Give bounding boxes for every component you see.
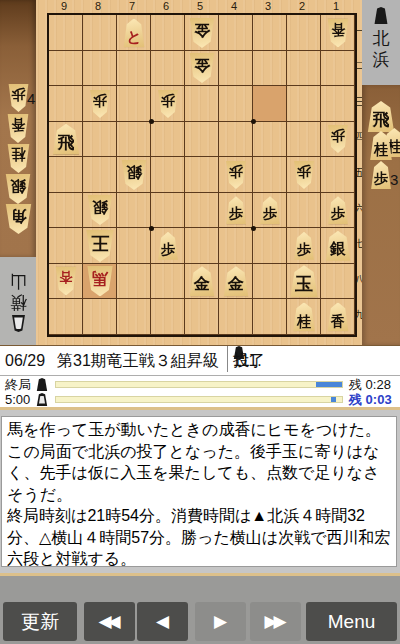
square-6-6 <box>151 193 185 229</box>
gote-captured-tray: 歩4香桂銀角 <box>0 0 36 257</box>
file-label: 1 <box>319 0 353 13</box>
piece-歩: 歩 <box>8 84 29 112</box>
hand-piece-銀: 銀 <box>0 174 36 203</box>
hand-piece-count: 3 <box>390 171 398 188</box>
square-2-4 <box>287 122 321 158</box>
square-4-6 <box>219 193 253 229</box>
commentary-paragraph: 馬を作って玉が動いたときの成香にヒモをつけた。この局面で北浜の投了となった。後手… <box>7 419 391 505</box>
square-8-8 <box>83 264 117 300</box>
rewind-button[interactable]: ◀◀ <box>84 602 135 641</box>
hand-piece-飛: 飛 <box>362 101 400 130</box>
hand-piece-角: 角 <box>0 204 36 233</box>
hand-piece-香: 香 <box>0 114 36 143</box>
square-1-9 <box>321 299 355 335</box>
square-9-4 <box>49 122 83 158</box>
square-3-7 <box>253 228 287 264</box>
double-left-arrow-icon: ◀◀ <box>98 613 120 630</box>
square-4-5 <box>219 157 253 193</box>
sente-time-remaining-bar <box>316 382 342 387</box>
piece-香: 香 <box>7 114 29 143</box>
square-7-6 <box>117 193 151 229</box>
square-6-1 <box>151 15 185 51</box>
square-2-3 <box>287 86 321 122</box>
sente-player-name: 北浜 <box>372 28 391 70</box>
square-2-1 <box>287 15 321 51</box>
square-9-5 <box>49 157 83 193</box>
square-1-6 <box>321 193 355 229</box>
square-8-7 <box>83 228 117 264</box>
square-2-7 <box>287 228 321 264</box>
square-7-1 <box>117 15 151 51</box>
move-text: 投了 <box>233 346 265 376</box>
sente-player-panel: 北浜 <box>362 0 400 85</box>
clock-panel: 終局 残 0:28 5:00 残 0:03 <box>0 376 400 407</box>
hand-piece-歩: 歩3 <box>362 161 400 190</box>
piece-桂: 桂 <box>7 144 30 173</box>
square-4-4 <box>219 122 253 158</box>
square-3-4 <box>253 122 287 158</box>
gote-clock-row: 5:00 残 0:03 <box>0 392 400 407</box>
square-9-9 <box>49 299 83 335</box>
square-7-8 <box>117 264 151 300</box>
file-label: 4 <box>217 0 251 13</box>
square-1-8 <box>321 264 355 300</box>
square-7-4 <box>117 122 151 158</box>
game-date: 06/29 <box>5 346 45 376</box>
square-6-2 <box>151 51 185 87</box>
black-piece-icon <box>36 378 48 391</box>
square-3-9 <box>253 299 287 335</box>
square-2-6 <box>287 193 321 229</box>
piece-飛: 飛 <box>367 101 395 132</box>
gote-player-panel: 横山 <box>0 257 36 345</box>
square-5-6 <box>185 193 219 229</box>
shogi-app: 歩4香桂銀角 横山 987654321 一二三四五六七八九 と金香金歩歩飛歩銀歩… <box>0 0 400 644</box>
square-6-8 <box>151 264 185 300</box>
square-9-1 <box>49 15 83 51</box>
fast-forward-button[interactable]: ▶▶ <box>250 602 301 641</box>
square-9-3 <box>49 86 83 122</box>
file-label: 6 <box>149 0 183 13</box>
square-9-6 <box>49 193 83 229</box>
square-3-6 <box>253 193 287 229</box>
square-9-8 <box>49 264 83 300</box>
square-7-3 <box>117 86 151 122</box>
gote-clock-label: 5:00 <box>5 392 30 407</box>
gote-time-remaining: 残 0:03 <box>349 392 392 407</box>
right-arrow-icon: ▶ <box>214 613 227 630</box>
square-4-7 <box>219 228 253 264</box>
info-divider <box>227 346 228 372</box>
gote-hand-pieces: 歩4香桂銀角 <box>0 83 36 234</box>
gote-time-bar <box>55 396 343 403</box>
bottom-toolbar: 更新◀◀◀▶▶▶Menu <box>0 576 400 644</box>
piece-歩: 歩 <box>371 161 392 189</box>
square-1-2 <box>321 51 355 87</box>
square-3-8 <box>253 264 287 300</box>
black-piece-icon <box>374 7 389 24</box>
sente-time-remaining: 残 0:28 <box>349 377 391 392</box>
square-8-2 <box>83 51 117 87</box>
square-1-3 <box>321 86 355 122</box>
game-info-bar: 06/29 第31期竜王戦３組昇級 111. 投了 <box>0 345 400 376</box>
shogi-board: 987654321 一二三四五六七八九 と金香金歩歩飛歩銀歩歩銀歩歩歩王歩歩銀杏… <box>36 0 362 345</box>
file-label: 9 <box>47 0 81 13</box>
sente-captured-tray: 飛桂桂歩3 <box>362 85 400 345</box>
square-7-9 <box>117 299 151 335</box>
square-3-2 <box>253 51 287 87</box>
square-4-9 <box>219 299 253 335</box>
piece-銀: 銀 <box>5 174 31 204</box>
square-9-2 <box>49 51 83 87</box>
square-2-5 <box>287 157 321 193</box>
square-5-4 <box>185 122 219 158</box>
square-4-2 <box>219 51 253 87</box>
square-7-7 <box>117 228 151 264</box>
square-3-1 <box>253 15 287 51</box>
square-2-8 <box>287 264 321 300</box>
gote-time-remaining-bar <box>331 397 337 402</box>
commentary-area: 馬を作って玉が動いたときの成香にヒモをつけた。この局面で北浜の投了となった。後手… <box>0 410 400 573</box>
square-5-5 <box>185 157 219 193</box>
square-4-1 <box>219 15 253 51</box>
square-3-3 <box>253 86 287 122</box>
update-button[interactable]: 更新 <box>3 602 77 641</box>
square-5-9 <box>185 299 219 335</box>
back-button[interactable]: ◀ <box>137 602 188 641</box>
double-right-arrow-icon: ▶▶ <box>264 613 286 630</box>
hand-piece-桂: 桂 <box>0 144 36 173</box>
file-label: 2 <box>285 0 319 13</box>
square-9-7 <box>49 228 83 264</box>
sente-clock-row: 終局 残 0:28 <box>0 377 400 392</box>
square-5-7 <box>185 228 219 264</box>
sente-time-bar <box>55 381 343 388</box>
hand-piece-歩: 歩4 <box>0 84 36 113</box>
square-1-1 <box>321 15 355 51</box>
square-2-2 <box>287 51 321 87</box>
menu-button[interactable]: Menu <box>306 602 397 641</box>
square-8-5 <box>83 157 117 193</box>
square-5-2 <box>185 51 219 87</box>
board-grid <box>47 13 357 337</box>
square-8-1 <box>83 15 117 51</box>
square-8-4 <box>83 122 117 158</box>
square-2-9 <box>287 299 321 335</box>
commentary-paragraph: 終局時刻は21時54分。消費時間は▲北浜４時間32分、△横山４時間57分。勝った… <box>7 505 391 567</box>
square-7-5 <box>117 157 151 193</box>
square-6-4 <box>151 122 185 158</box>
square-5-1 <box>185 15 219 51</box>
square-1-7 <box>321 228 355 264</box>
file-label: 3 <box>251 0 285 13</box>
sente-clock-label: 終局 <box>5 377 31 392</box>
square-8-6 <box>83 193 117 229</box>
hand-piece-桂: 桂桂 <box>362 131 400 160</box>
white-piece-icon <box>36 393 48 406</box>
square-4-3 <box>219 86 253 122</box>
square-5-3 <box>185 86 219 122</box>
board-section: 歩4香桂銀角 横山 987654321 一二三四五六七八九 と金香金歩歩飛歩銀歩… <box>0 0 400 345</box>
square-7-2 <box>117 51 151 87</box>
square-6-9 <box>151 299 185 335</box>
square-8-3 <box>83 86 117 122</box>
forward-button[interactable]: ▶ <box>195 602 246 641</box>
left-arrow-icon: ◀ <box>156 613 169 630</box>
square-4-8 <box>219 264 253 300</box>
square-3-5 <box>253 157 287 193</box>
square-6-5 <box>151 157 185 193</box>
hand-piece-count: 4 <box>27 90 35 107</box>
square-5-8 <box>185 264 219 300</box>
sente-hand-pieces: 飛桂桂歩3 <box>362 100 400 191</box>
gote-player-name: 横山 <box>9 271 28 313</box>
piece-角: 角 <box>5 204 32 234</box>
square-6-3 <box>151 86 185 122</box>
commentary-text-box[interactable]: 馬を作って玉が動いたときの成香にヒモをつけた。この局面で北浜の投了となった。後手… <box>1 416 397 567</box>
square-1-4 <box>321 122 355 158</box>
square-6-7 <box>151 228 185 264</box>
file-label: 5 <box>183 0 217 13</box>
white-piece-icon <box>11 315 26 332</box>
square-8-9 <box>83 299 117 335</box>
event-title: 第31期竜王戦３組昇級 <box>57 346 219 376</box>
file-label: 8 <box>81 0 115 13</box>
file-coordinates: 987654321 <box>47 0 353 13</box>
file-label: 7 <box>115 0 149 13</box>
square-1-5 <box>321 157 355 193</box>
